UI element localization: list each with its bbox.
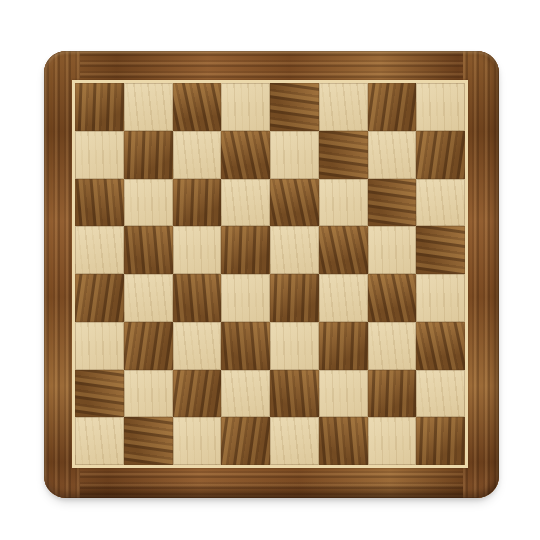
board-square[interactable] [368,322,417,370]
board-square[interactable] [221,226,270,274]
board-square[interactable] [270,179,319,227]
board-square[interactable] [270,322,319,370]
board-square[interactable] [319,370,368,418]
board-square[interactable] [319,83,368,131]
board-square[interactable] [368,83,417,131]
board-square[interactable] [368,274,417,322]
board-square[interactable] [270,83,319,131]
board-square[interactable] [270,226,319,274]
board-square[interactable] [319,131,368,179]
board-square[interactable] [416,274,465,322]
board-square[interactable] [221,179,270,227]
board-square[interactable] [416,83,465,131]
board-square[interactable] [75,370,124,418]
board-square[interactable] [75,131,124,179]
board-square[interactable] [173,226,222,274]
board-square[interactable] [173,417,222,465]
board-square[interactable] [75,417,124,465]
board-square[interactable] [75,322,124,370]
board-square[interactable] [173,274,222,322]
board-square[interactable] [124,322,173,370]
board-square[interactable] [221,322,270,370]
photo-background [0,0,540,540]
board-square[interactable] [368,370,417,418]
board-square[interactable] [368,179,417,227]
board-square[interactable] [75,274,124,322]
board-square[interactable] [124,417,173,465]
board-square[interactable] [221,417,270,465]
board-square[interactable] [221,83,270,131]
board-square[interactable] [319,322,368,370]
board-square[interactable] [319,226,368,274]
board-square[interactable] [75,179,124,227]
board-square[interactable] [173,179,222,227]
chess-board-frame [44,51,499,498]
board-square[interactable] [173,322,222,370]
board-square[interactable] [124,83,173,131]
board-square[interactable] [124,131,173,179]
frame-right-rail [463,51,499,498]
board-square[interactable] [221,274,270,322]
board-square[interactable] [416,417,465,465]
board-square[interactable] [319,274,368,322]
board-square[interactable] [416,179,465,227]
board-square[interactable] [221,370,270,418]
board-square[interactable] [270,274,319,322]
chess-board [75,83,465,465]
board-square[interactable] [319,179,368,227]
board-square[interactable] [75,226,124,274]
board-square[interactable] [416,131,465,179]
board-square[interactable] [270,370,319,418]
board-square[interactable] [124,179,173,227]
board-square[interactable] [221,131,270,179]
board-square[interactable] [173,370,222,418]
board-square[interactable] [319,417,368,465]
board-square[interactable] [75,83,124,131]
board-square[interactable] [416,322,465,370]
board-square[interactable] [124,226,173,274]
board-square[interactable] [416,226,465,274]
board-square[interactable] [368,226,417,274]
board-square[interactable] [173,131,222,179]
board-square[interactable] [416,370,465,418]
board-square[interactable] [124,274,173,322]
board-square[interactable] [270,131,319,179]
board-square[interactable] [368,131,417,179]
board-square[interactable] [173,83,222,131]
board-square[interactable] [368,417,417,465]
board-square[interactable] [270,417,319,465]
board-inlay-border [72,80,468,468]
board-square[interactable] [124,370,173,418]
